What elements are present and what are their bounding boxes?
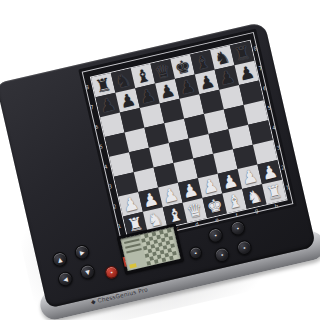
down-arrow-icon: ▼: [85, 268, 91, 276]
function-3-icon: •: [220, 251, 225, 258]
nav-right-button[interactable]: ▶: [73, 244, 90, 261]
function-button-1[interactable]: •: [207, 227, 224, 244]
function-1-icon: •: [213, 232, 218, 239]
up-arrow-icon: ▲: [57, 256, 63, 264]
clear-button[interactable]: •: [104, 265, 119, 280]
right-arrow-icon: ▶: [79, 248, 85, 256]
ok-button[interactable]: •: [188, 245, 203, 260]
product-photo: ◆ ChessGenius Pro ♜♞♝♛♚♝♞♜♟♟♟♟♟♟♟♟♟♟♟♟♟♟…: [0, 0, 320, 320]
function-4-icon: •: [242, 244, 247, 251]
nav-up-button[interactable]: ▲: [51, 251, 68, 268]
lcd-mini-chessboard: [140, 228, 177, 265]
function-button-3[interactable]: •: [213, 246, 230, 263]
nav-down-button[interactable]: ▼: [79, 263, 96, 280]
ok-button-icon: •: [193, 249, 198, 256]
function-button-2[interactable]: •: [229, 220, 246, 237]
left-arrow-icon: ◀: [62, 275, 68, 283]
nav-left-button[interactable]: ◀: [57, 270, 74, 287]
lcd-turn-indicator: [129, 263, 136, 268]
chess-computer: ◆ ChessGenius Pro ♜♞♝♛♚♝♞♜♟♟♟♟♟♟♟♟♟♟♟♟♟♟…: [0, 22, 316, 309]
function-button-4[interactable]: •: [236, 239, 253, 256]
lcd-text-lines: [124, 239, 142, 257]
lcd-screen: [120, 227, 180, 271]
clear-button-icon: •: [109, 269, 114, 276]
function-2-icon: •: [235, 225, 240, 232]
brand-mark-icon: ◆: [90, 298, 96, 306]
